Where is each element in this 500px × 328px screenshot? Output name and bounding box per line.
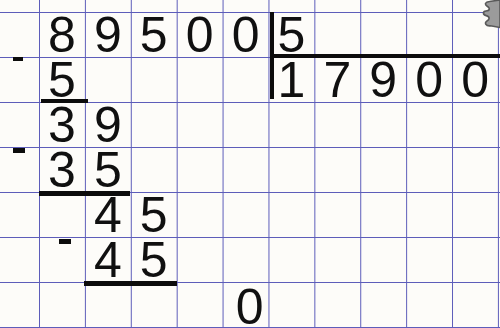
dividend-digit: 0 <box>177 12 223 57</box>
long-division-work: 895005517900393545450 <box>0 0 500 328</box>
quotient-digit: 7 <box>314 57 360 102</box>
subtraction-line-3 <box>84 281 177 286</box>
minus-sign-1 <box>13 57 23 61</box>
work-digit: 3 <box>39 102 85 147</box>
work-digit: 4 <box>85 192 131 237</box>
minus-sign-2 <box>13 148 25 153</box>
dividend-digit: 9 <box>85 12 131 57</box>
dividend-digit: 0 <box>223 12 269 57</box>
quotient-digit: 9 <box>360 57 406 102</box>
subtrahend-digit: 5 <box>131 237 177 282</box>
subtrahend-digit: 5 <box>85 147 131 192</box>
division-worksheet: 895005517900393545450 <box>0 0 500 328</box>
work-digit: 5 <box>131 192 177 237</box>
quotient-digit: 1 <box>269 57 315 102</box>
dividend-digit: 5 <box>131 12 177 57</box>
corner-tear-decoration-icon <box>482 0 500 32</box>
subtraction-line-2 <box>39 191 130 196</box>
quotient-separator-hline <box>270 54 500 58</box>
dividend-digit: 8 <box>39 12 85 57</box>
remainder-digit: 0 <box>227 284 273 328</box>
divisor-digit: 5 <box>269 12 315 57</box>
quotient-digit: 0 <box>452 57 498 102</box>
subtrahend-digit: 4 <box>85 237 131 282</box>
minus-sign-3 <box>59 239 71 244</box>
work-digit: 9 <box>85 102 131 147</box>
subtraction-line-1 <box>41 99 88 103</box>
subtrahend-digit: 3 <box>39 147 85 192</box>
quotient-digit: 0 <box>406 57 452 102</box>
subtrahend-digit: 5 <box>39 57 85 102</box>
